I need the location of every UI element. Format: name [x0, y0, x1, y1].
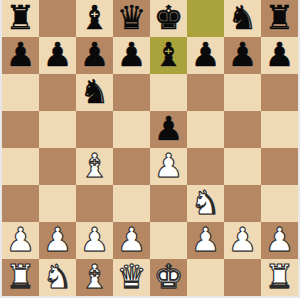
piece-black-pawn[interactable]: ♟︎: [228, 36, 258, 73]
square-c6[interactable]: ♞︎: [76, 74, 113, 111]
square-e7[interactable]: ♝︎: [150, 37, 187, 74]
square-a5[interactable]: [2, 111, 39, 148]
square-c8[interactable]: ♝︎: [76, 0, 113, 37]
piece-white-pawn[interactable]: ♟︎: [80, 221, 110, 258]
square-f8[interactable]: [187, 0, 224, 37]
square-b1[interactable]: ♞︎: [39, 259, 76, 296]
piece-white-bishop[interactable]: ♝︎: [80, 258, 110, 295]
square-c1[interactable]: ♝︎: [76, 259, 113, 296]
square-e2[interactable]: [150, 222, 187, 259]
square-h3[interactable]: [261, 185, 298, 222]
piece-white-pawn[interactable]: ♟︎: [154, 147, 184, 184]
square-e1[interactable]: ♚︎: [150, 259, 187, 296]
square-e4[interactable]: ♟︎: [150, 148, 187, 185]
piece-black-pawn[interactable]: ♟︎: [117, 36, 147, 73]
square-d5[interactable]: [113, 111, 150, 148]
square-f4[interactable]: [187, 148, 224, 185]
square-b2[interactable]: ♟︎: [39, 222, 76, 259]
piece-black-king[interactable]: ♚︎: [154, 0, 184, 36]
square-g5[interactable]: [224, 111, 261, 148]
piece-black-pawn[interactable]: ♟︎: [6, 36, 36, 73]
square-e6[interactable]: [150, 74, 187, 111]
piece-white-pawn[interactable]: ♟︎: [191, 221, 221, 258]
square-d3[interactable]: [113, 185, 150, 222]
square-b8[interactable]: [39, 0, 76, 37]
square-b3[interactable]: [39, 185, 76, 222]
square-g2[interactable]: ♟︎: [224, 222, 261, 259]
square-h4[interactable]: [261, 148, 298, 185]
piece-white-knight[interactable]: ♞︎: [191, 184, 221, 221]
square-f1[interactable]: [187, 259, 224, 296]
chess-board: ♜︎♝︎♛︎♚︎♞︎♜︎♟︎♟︎♟︎♟︎♝︎♟︎♟︎♟︎♞︎♟︎♝︎♟︎♞︎♟︎…: [2, 0, 298, 296]
piece-black-queen[interactable]: ♛︎: [117, 0, 147, 36]
piece-white-bishop[interactable]: ♝︎: [80, 147, 110, 184]
piece-black-bishop[interactable]: ♝︎: [80, 0, 110, 36]
square-h7[interactable]: ♟︎: [261, 37, 298, 74]
square-e3[interactable]: [150, 185, 187, 222]
piece-black-rook[interactable]: ♜︎: [6, 0, 36, 36]
square-d8[interactable]: ♛︎: [113, 0, 150, 37]
square-a1[interactable]: ♜︎: [2, 259, 39, 296]
square-g8[interactable]: ♞︎: [224, 0, 261, 37]
square-a3[interactable]: [2, 185, 39, 222]
square-d4[interactable]: [113, 148, 150, 185]
piece-white-pawn[interactable]: ♟︎: [6, 221, 36, 258]
piece-black-pawn[interactable]: ♟︎: [265, 36, 295, 73]
piece-white-rook[interactable]: ♜︎: [265, 258, 295, 295]
square-g7[interactable]: ♟︎: [224, 37, 261, 74]
square-h1[interactable]: ♜︎: [261, 259, 298, 296]
square-c5[interactable]: [76, 111, 113, 148]
square-h2[interactable]: ♟︎: [261, 222, 298, 259]
square-g3[interactable]: [224, 185, 261, 222]
square-a2[interactable]: ♟︎: [2, 222, 39, 259]
square-f6[interactable]: [187, 74, 224, 111]
square-b7[interactable]: ♟︎: [39, 37, 76, 74]
square-a6[interactable]: [2, 74, 39, 111]
square-b6[interactable]: [39, 74, 76, 111]
piece-white-rook[interactable]: ♜︎: [6, 258, 36, 295]
square-c2[interactable]: ♟︎: [76, 222, 113, 259]
chess-app-screen: ♜︎♝︎♛︎♚︎♞︎♜︎♟︎♟︎♟︎♟︎♝︎♟︎♟︎♟︎♞︎♟︎♝︎♟︎♞︎♟︎…: [0, 0, 300, 298]
piece-black-rook[interactable]: ♜︎: [265, 0, 295, 36]
square-g4[interactable]: [224, 148, 261, 185]
square-a7[interactable]: ♟︎: [2, 37, 39, 74]
square-e5[interactable]: ♟︎: [150, 111, 187, 148]
square-a4[interactable]: [2, 148, 39, 185]
piece-black-bishop[interactable]: ♝︎: [154, 36, 184, 73]
square-d6[interactable]: [113, 74, 150, 111]
piece-white-pawn[interactable]: ♟︎: [43, 221, 73, 258]
square-e8[interactable]: ♚︎: [150, 0, 187, 37]
square-f3[interactable]: ♞︎: [187, 185, 224, 222]
square-g6[interactable]: [224, 74, 261, 111]
piece-white-pawn[interactable]: ♟︎: [117, 221, 147, 258]
piece-white-knight[interactable]: ♞︎: [43, 258, 73, 295]
piece-black-pawn[interactable]: ♟︎: [191, 36, 221, 73]
square-a8[interactable]: ♜︎: [2, 0, 39, 37]
piece-black-pawn[interactable]: ♟︎: [154, 110, 184, 147]
piece-black-knight[interactable]: ♞︎: [228, 0, 258, 36]
square-b4[interactable]: [39, 148, 76, 185]
square-f7[interactable]: ♟︎: [187, 37, 224, 74]
square-h6[interactable]: [261, 74, 298, 111]
square-b5[interactable]: [39, 111, 76, 148]
square-d1[interactable]: ♛︎: [113, 259, 150, 296]
piece-white-queen[interactable]: ♛︎: [117, 258, 147, 295]
piece-black-knight[interactable]: ♞︎: [80, 73, 110, 110]
square-c7[interactable]: ♟︎: [76, 37, 113, 74]
piece-white-king[interactable]: ♚︎: [154, 258, 184, 295]
piece-black-pawn[interactable]: ♟︎: [80, 36, 110, 73]
square-d7[interactable]: ♟︎: [113, 37, 150, 74]
square-f2[interactable]: ♟︎: [187, 222, 224, 259]
square-c4[interactable]: ♝︎: [76, 148, 113, 185]
square-h8[interactable]: ♜︎: [261, 0, 298, 37]
square-h5[interactable]: [261, 111, 298, 148]
piece-white-pawn[interactable]: ♟︎: [228, 221, 258, 258]
piece-black-pawn[interactable]: ♟︎: [43, 36, 73, 73]
piece-white-pawn[interactable]: ♟︎: [265, 221, 295, 258]
square-d2[interactable]: ♟︎: [113, 222, 150, 259]
square-c3[interactable]: [76, 185, 113, 222]
square-g1[interactable]: [224, 259, 261, 296]
square-f5[interactable]: [187, 111, 224, 148]
